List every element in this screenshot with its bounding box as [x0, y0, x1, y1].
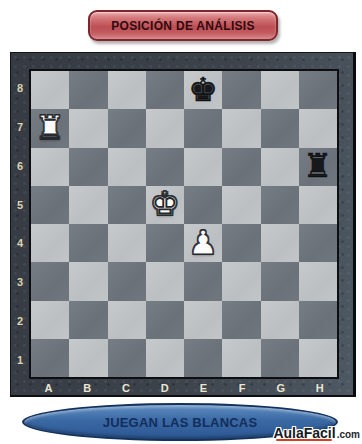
square-c2: [108, 301, 146, 339]
square-b4: [69, 224, 107, 262]
square-e6: [184, 148, 222, 186]
square-f7: [222, 109, 260, 147]
square-f8: [222, 71, 260, 109]
square-d8: [146, 71, 184, 109]
square-d7: [146, 109, 184, 147]
square-d6: [146, 148, 184, 186]
square-f1: [222, 339, 260, 377]
black-king: ♚: [188, 73, 218, 106]
file-labels: ABCDEFGH: [29, 380, 339, 396]
square-h1: [299, 339, 337, 377]
square-b6: [69, 148, 107, 186]
white-king: ♚: [150, 187, 180, 220]
square-c5: [108, 186, 146, 224]
square-e7: [184, 109, 222, 147]
square-f2: [222, 301, 260, 339]
square-e2: [184, 301, 222, 339]
square-d4: [146, 224, 184, 262]
square-h4: [299, 224, 337, 262]
square-d5: ♚: [146, 186, 184, 224]
square-g4: [261, 224, 299, 262]
square-c8: [108, 71, 146, 109]
square-b3: [69, 262, 107, 300]
analysis-title-banner: POSICIÓN DE ANÁLISIS: [88, 10, 278, 41]
file-label-a: A: [29, 380, 68, 396]
file-label-h: H: [300, 380, 339, 396]
chess-board: ♚♜♜♚♟: [29, 69, 339, 379]
square-a4: [31, 224, 69, 262]
square-a3: [31, 262, 69, 300]
square-g1: [261, 339, 299, 377]
square-c1: [108, 339, 146, 377]
rank-label-2: 2: [11, 302, 29, 341]
square-a2: [31, 301, 69, 339]
rank-label-6: 6: [11, 147, 29, 186]
square-b7: [69, 109, 107, 147]
square-b5: [69, 186, 107, 224]
square-g6: [261, 148, 299, 186]
rank-label-5: 5: [11, 185, 29, 224]
square-d2: [146, 301, 184, 339]
square-h8: [299, 71, 337, 109]
square-c7: [108, 109, 146, 147]
square-h3: [299, 262, 337, 300]
square-a7: ♜: [31, 109, 69, 147]
square-c3: [108, 262, 146, 300]
file-label-d: D: [145, 380, 184, 396]
square-f3: [222, 262, 260, 300]
square-g2: [261, 301, 299, 339]
square-e5: [184, 186, 222, 224]
rank-labels: 87654321: [11, 69, 29, 379]
file-label-b: B: [68, 380, 107, 396]
rank-label-4: 4: [11, 224, 29, 263]
square-a8: [31, 71, 69, 109]
white-rook: ♜: [35, 111, 65, 144]
rank-label-8: 8: [11, 69, 29, 108]
analysis-title: POSICIÓN DE ANÁLISIS: [111, 19, 255, 33]
rank-label-1: 1: [11, 340, 29, 379]
square-h5: [299, 186, 337, 224]
brand-suffix: .com: [337, 429, 360, 440]
white-pawn: ♟: [188, 226, 218, 259]
square-d1: [146, 339, 184, 377]
square-h2: [299, 301, 337, 339]
square-g8: [261, 71, 299, 109]
square-e8: ♚: [184, 71, 222, 109]
square-e3: [184, 262, 222, 300]
square-b1: [69, 339, 107, 377]
square-a1: [31, 339, 69, 377]
file-label-g: G: [262, 380, 301, 396]
rank-label-3: 3: [11, 263, 29, 302]
brand-underline: [276, 439, 332, 441]
square-d3: [146, 262, 184, 300]
brand-link[interactable]: AulaFacil .com: [273, 425, 360, 441]
square-e1: [184, 339, 222, 377]
file-label-c: C: [107, 380, 146, 396]
square-b8: [69, 71, 107, 109]
square-f6: [222, 148, 260, 186]
square-g3: [261, 262, 299, 300]
square-a6: [31, 148, 69, 186]
square-h6: ♜: [299, 148, 337, 186]
square-c6: [108, 148, 146, 186]
turn-banner-label: JUEGAN LAS BLANCAS: [103, 415, 258, 430]
file-label-e: E: [184, 380, 223, 396]
square-g5: [261, 186, 299, 224]
square-f5: [222, 186, 260, 224]
square-h7: [299, 109, 337, 147]
square-c4: [108, 224, 146, 262]
square-a5: [31, 186, 69, 224]
square-b2: [69, 301, 107, 339]
square-g7: [261, 109, 299, 147]
chess-board-frame: 87654321 ♚♜♜♚♟ ABCDEFGH: [10, 52, 356, 397]
square-f4: [222, 224, 260, 262]
black-rook: ♜: [303, 149, 333, 182]
square-e4: ♟: [184, 224, 222, 262]
rank-label-7: 7: [11, 108, 29, 147]
file-label-f: F: [223, 380, 262, 396]
